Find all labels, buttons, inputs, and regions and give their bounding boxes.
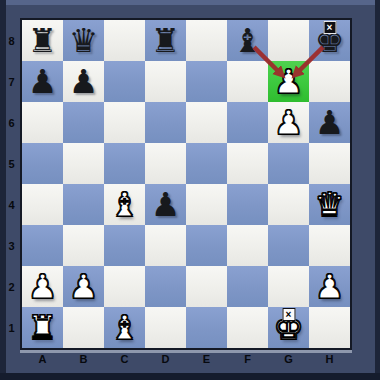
rank-label-4: 4: [0, 184, 20, 225]
square-a7[interactable]: ♟: [22, 61, 63, 102]
black-pawn[interactable]: ♟: [28, 61, 58, 102]
square-e3[interactable]: [186, 225, 227, 266]
square-f4[interactable]: [227, 184, 268, 225]
board-squares: ♜♛♜♝♚×♟♟♟♟♟♝♟♛♟♟♟♜♝♚×: [20, 18, 352, 350]
square-g8[interactable]: [268, 20, 309, 61]
white-queen[interactable]: ♛: [315, 184, 345, 225]
square-c7[interactable]: [104, 61, 145, 102]
file-label-h: H: [309, 353, 350, 369]
rank-label-5: 5: [0, 143, 20, 184]
square-a1[interactable]: ♜: [22, 307, 63, 348]
square-h6[interactable]: ♟: [309, 102, 350, 143]
frame-edge-right: [375, 0, 380, 380]
rank-label-1: 1: [0, 307, 20, 348]
square-a2[interactable]: ♟: [22, 266, 63, 307]
black-pawn[interactable]: ♟: [69, 61, 99, 102]
square-b2[interactable]: ♟: [63, 266, 104, 307]
square-d1[interactable]: [145, 307, 186, 348]
black-pawn[interactable]: ♟: [315, 102, 345, 143]
square-a6[interactable]: [22, 102, 63, 143]
square-a5[interactable]: [22, 143, 63, 184]
square-f7[interactable]: [227, 61, 268, 102]
square-e4[interactable]: [186, 184, 227, 225]
rank-labels: 87654321: [0, 20, 20, 348]
square-b5[interactable]: [63, 143, 104, 184]
square-d6[interactable]: [145, 102, 186, 143]
square-b4[interactable]: [63, 184, 104, 225]
square-f2[interactable]: [227, 266, 268, 307]
square-e6[interactable]: [186, 102, 227, 143]
white-rook[interactable]: ♜: [28, 307, 58, 348]
white-pawn[interactable]: ♟: [315, 266, 345, 307]
rank-label-2: 2: [0, 266, 20, 307]
file-label-d: D: [145, 353, 186, 369]
black-rook[interactable]: ♜: [151, 20, 181, 61]
rank-label-7: 7: [0, 61, 20, 102]
square-h1[interactable]: [309, 307, 350, 348]
square-d4[interactable]: ♟: [145, 184, 186, 225]
king-x-marker: ×: [323, 21, 336, 34]
square-c5[interactable]: [104, 143, 145, 184]
square-h4[interactable]: ♛: [309, 184, 350, 225]
black-queen[interactable]: ♛: [69, 20, 99, 61]
square-c3[interactable]: [104, 225, 145, 266]
square-h3[interactable]: [309, 225, 350, 266]
square-h2[interactable]: ♟: [309, 266, 350, 307]
square-h8[interactable]: ♚×: [309, 20, 350, 61]
square-a3[interactable]: [22, 225, 63, 266]
square-f5[interactable]: [227, 143, 268, 184]
white-bishop[interactable]: ♝: [110, 307, 140, 348]
square-f6[interactable]: [227, 102, 268, 143]
file-labels: ABCDEFGH: [22, 353, 350, 369]
black-pawn[interactable]: ♟: [151, 184, 181, 225]
square-g2[interactable]: [268, 266, 309, 307]
square-c4[interactable]: ♝: [104, 184, 145, 225]
square-g6[interactable]: ♟: [268, 102, 309, 143]
square-h5[interactable]: [309, 143, 350, 184]
square-e7[interactable]: [186, 61, 227, 102]
square-a4[interactable]: [22, 184, 63, 225]
black-bishop[interactable]: ♝: [233, 20, 263, 61]
square-e5[interactable]: [186, 143, 227, 184]
file-label-g: G: [268, 353, 309, 369]
white-bishop[interactable]: ♝: [110, 184, 140, 225]
square-c1[interactable]: ♝: [104, 307, 145, 348]
square-h7[interactable]: [309, 61, 350, 102]
square-b6[interactable]: [63, 102, 104, 143]
square-f1[interactable]: [227, 307, 268, 348]
square-b3[interactable]: [63, 225, 104, 266]
square-g4[interactable]: [268, 184, 309, 225]
square-f8[interactable]: ♝: [227, 20, 268, 61]
square-d8[interactable]: ♜: [145, 20, 186, 61]
white-pawn[interactable]: ♟: [69, 266, 99, 307]
frame-edge-top: [0, 0, 380, 5]
square-g1[interactable]: ♚×: [268, 307, 309, 348]
square-c6[interactable]: [104, 102, 145, 143]
square-e2[interactable]: [186, 266, 227, 307]
square-d3[interactable]: [145, 225, 186, 266]
square-g7[interactable]: ♟: [268, 61, 309, 102]
king-x-marker: ×: [282, 308, 295, 321]
square-e1[interactable]: [186, 307, 227, 348]
square-c2[interactable]: [104, 266, 145, 307]
rank-label-6: 6: [0, 102, 20, 143]
square-g5[interactable]: [268, 143, 309, 184]
square-e8[interactable]: [186, 20, 227, 61]
square-g3[interactable]: [268, 225, 309, 266]
file-label-f: F: [227, 353, 268, 369]
file-label-e: E: [186, 353, 227, 369]
file-label-b: B: [63, 353, 104, 369]
rank-label-3: 3: [0, 225, 20, 266]
white-pawn[interactable]: ♟: [274, 61, 304, 102]
square-a8[interactable]: ♜: [22, 20, 63, 61]
square-c8[interactable]: [104, 20, 145, 61]
square-b8[interactable]: ♛: [63, 20, 104, 61]
rank-label-8: 8: [0, 20, 20, 61]
chess-diagram: 87654321 ABCDEFGH ♜♛♜♝♚×♟♟♟♟♟♝♟♛♟♟♟♜♝♚×: [0, 0, 380, 380]
square-f3[interactable]: [227, 225, 268, 266]
square-b1[interactable]: [63, 307, 104, 348]
square-b7[interactable]: ♟: [63, 61, 104, 102]
file-label-c: C: [104, 353, 145, 369]
square-d7[interactable]: [145, 61, 186, 102]
file-label-a: A: [22, 353, 63, 369]
square-d2[interactable]: [145, 266, 186, 307]
black-rook[interactable]: ♜: [28, 20, 58, 61]
square-d5[interactable]: [145, 143, 186, 184]
white-pawn[interactable]: ♟: [28, 266, 58, 307]
frame-edge-bottom: [0, 373, 380, 380]
white-pawn[interactable]: ♟: [274, 102, 304, 143]
